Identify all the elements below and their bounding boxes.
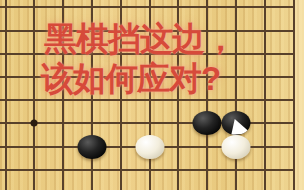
caption-line-2: 该如何应对? <box>41 60 220 98</box>
white-stone[interactable] <box>221 135 250 159</box>
triangle-marker-icon <box>221 111 250 135</box>
grid-vline <box>33 0 35 190</box>
grid-vline <box>293 0 295 190</box>
grid-vline <box>264 0 266 190</box>
star-point <box>31 120 38 127</box>
board-right-margin <box>295 0 304 190</box>
black-stone[interactable] <box>221 111 250 135</box>
grid-vline <box>5 0 7 190</box>
grid-hline <box>0 6 295 8</box>
caption-line-1: 黑棋挡这边， <box>44 20 236 58</box>
black-stone[interactable] <box>193 111 222 135</box>
black-stone[interactable] <box>77 135 106 159</box>
grid-hline <box>0 169 295 171</box>
white-stone[interactable] <box>135 135 164 159</box>
grid-hline <box>0 99 295 101</box>
go-video-frame: 黑棋挡这边， 该如何应对? <box>0 0 304 190</box>
